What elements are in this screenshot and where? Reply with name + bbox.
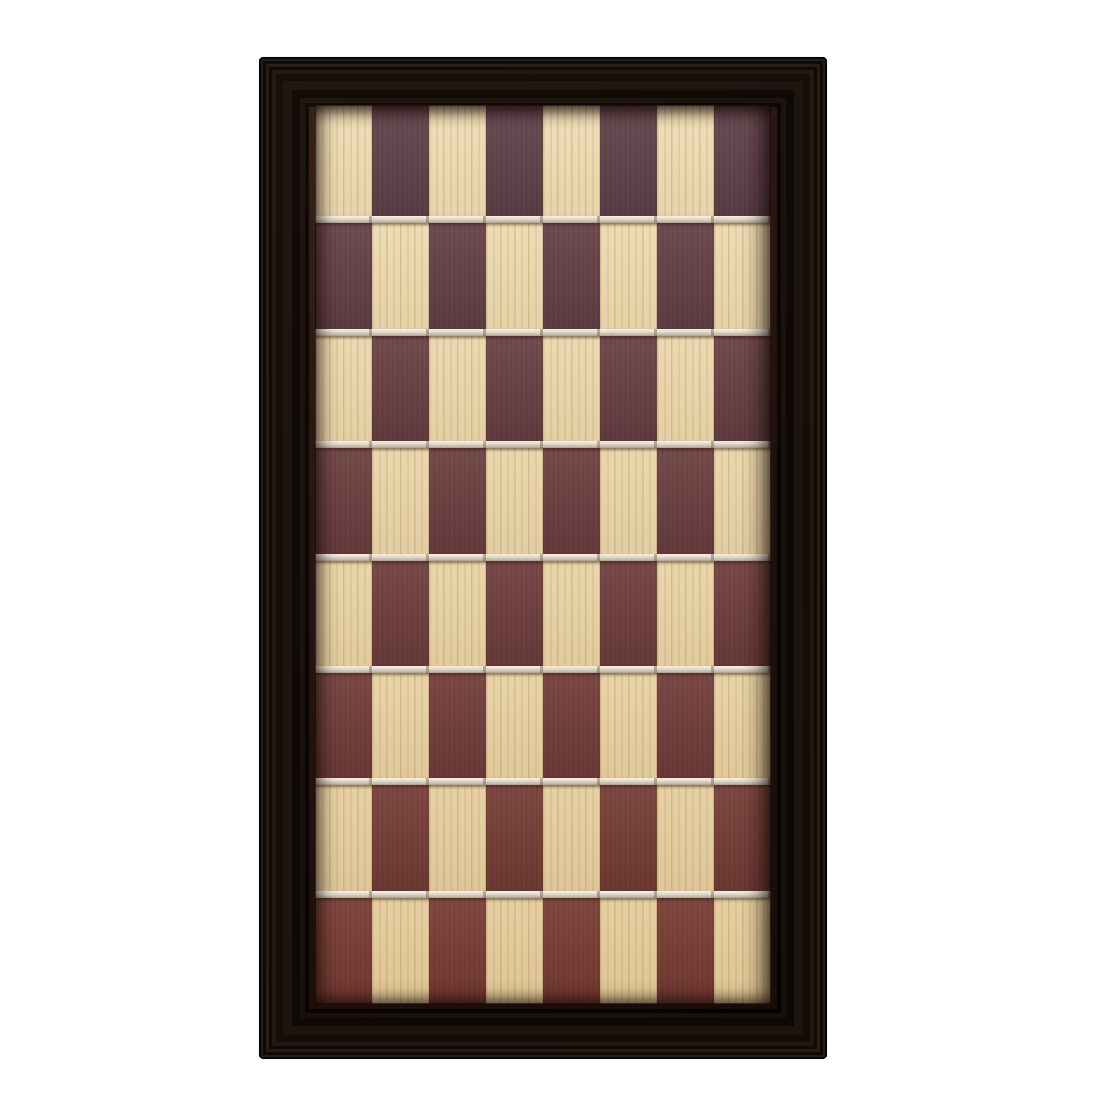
square-b1 bbox=[372, 892, 429, 1004]
piece-ledge-4 bbox=[315, 554, 771, 561]
square-d6 bbox=[486, 330, 543, 442]
piece-ledge-5 bbox=[315, 666, 771, 673]
square-d5 bbox=[486, 442, 543, 554]
square-e6 bbox=[543, 330, 600, 442]
square-a8 bbox=[315, 105, 372, 217]
square-h5 bbox=[714, 442, 771, 554]
square-e5 bbox=[543, 442, 600, 554]
square-b8 bbox=[372, 105, 429, 217]
piece-ledge-7 bbox=[315, 891, 771, 898]
board-frame bbox=[259, 57, 827, 1059]
piece-ledge-3 bbox=[315, 441, 771, 448]
square-a6 bbox=[315, 330, 372, 442]
piece-ledge-1 bbox=[315, 216, 771, 223]
square-e4 bbox=[543, 555, 600, 667]
square-b4 bbox=[372, 555, 429, 667]
square-b2 bbox=[372, 779, 429, 891]
square-h3 bbox=[714, 667, 771, 779]
square-g4 bbox=[657, 555, 714, 667]
square-e3 bbox=[543, 667, 600, 779]
square-g1 bbox=[657, 892, 714, 1004]
square-c3 bbox=[429, 667, 486, 779]
square-c2 bbox=[429, 779, 486, 891]
square-b6 bbox=[372, 330, 429, 442]
square-f3 bbox=[600, 667, 657, 779]
square-f7 bbox=[600, 217, 657, 329]
square-g2 bbox=[657, 779, 714, 891]
square-a1 bbox=[315, 892, 372, 1004]
square-d7 bbox=[486, 217, 543, 329]
square-b7 bbox=[372, 217, 429, 329]
square-c7 bbox=[429, 217, 486, 329]
square-a3 bbox=[315, 667, 372, 779]
square-h4 bbox=[714, 555, 771, 667]
square-a7 bbox=[315, 217, 372, 329]
square-d8 bbox=[486, 105, 543, 217]
square-g3 bbox=[657, 667, 714, 779]
square-d3 bbox=[486, 667, 543, 779]
square-e1 bbox=[543, 892, 600, 1004]
square-a4 bbox=[315, 555, 372, 667]
square-a2 bbox=[315, 779, 372, 891]
chess-board bbox=[315, 105, 771, 1004]
square-h8 bbox=[714, 105, 771, 217]
square-f8 bbox=[600, 105, 657, 217]
square-b5 bbox=[372, 442, 429, 554]
square-g8 bbox=[657, 105, 714, 217]
square-h6 bbox=[714, 330, 771, 442]
square-f2 bbox=[600, 779, 657, 891]
square-c1 bbox=[429, 892, 486, 1004]
square-e7 bbox=[543, 217, 600, 329]
square-f6 bbox=[600, 330, 657, 442]
square-e8 bbox=[543, 105, 600, 217]
square-d4 bbox=[486, 555, 543, 667]
square-h1 bbox=[714, 892, 771, 1004]
square-h2 bbox=[714, 779, 771, 891]
square-f4 bbox=[600, 555, 657, 667]
square-h7 bbox=[714, 217, 771, 329]
square-g6 bbox=[657, 330, 714, 442]
square-b3 bbox=[372, 667, 429, 779]
square-d1 bbox=[486, 892, 543, 1004]
square-c6 bbox=[429, 330, 486, 442]
square-g7 bbox=[657, 217, 714, 329]
product-photo-canvas bbox=[0, 0, 1100, 1100]
square-d2 bbox=[486, 779, 543, 891]
square-e2 bbox=[543, 779, 600, 891]
square-c8 bbox=[429, 105, 486, 217]
piece-ledge-2 bbox=[315, 329, 771, 336]
square-f5 bbox=[600, 442, 657, 554]
square-c4 bbox=[429, 555, 486, 667]
square-f1 bbox=[600, 892, 657, 1004]
piece-ledge-6 bbox=[315, 778, 771, 785]
square-g5 bbox=[657, 442, 714, 554]
square-a5 bbox=[315, 442, 372, 554]
square-c5 bbox=[429, 442, 486, 554]
